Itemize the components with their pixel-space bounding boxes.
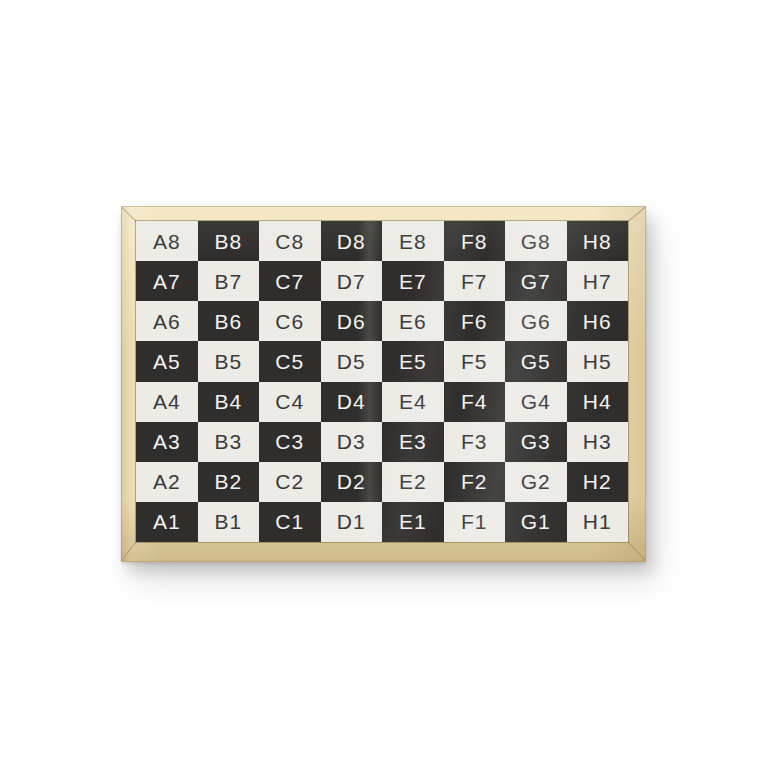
square-label: G7 [521,271,551,292]
square-label: C1 [275,511,304,532]
square-label: C8 [275,231,304,252]
square-label: C2 [275,471,304,492]
square-label: C4 [275,391,304,412]
square-g1[interactable]: G1 [505,502,567,542]
square-e7[interactable]: E7 [382,261,444,301]
frame-miter-bottom-right [628,541,647,562]
square-label: B1 [214,511,242,532]
square-f2[interactable]: F2 [444,462,506,502]
square-e4[interactable]: E4 [382,382,444,422]
square-label: H2 [583,471,612,492]
square-label: B4 [214,391,242,412]
square-label: H5 [583,351,612,372]
square-a7[interactable]: A7 [136,261,198,301]
square-g4[interactable]: G4 [505,382,567,422]
square-g2[interactable]: G2 [505,462,567,502]
square-e1[interactable]: E1 [382,502,444,542]
square-label: G6 [521,311,551,332]
square-label: F5 [461,351,488,372]
square-label: F6 [461,311,488,332]
product-photo-scene: A8B8C8D8E8F8G8H8A7B7C7D7E7F7G7H7A6B6C6D6… [0,0,768,768]
square-c5[interactable]: C5 [259,341,321,381]
square-label: B7 [214,271,242,292]
square-label: D1 [337,511,366,532]
square-d3[interactable]: D3 [321,422,383,462]
square-label: A5 [153,351,181,372]
square-label: H6 [583,311,612,332]
square-a5[interactable]: A5 [136,341,198,381]
square-label: A1 [153,511,181,532]
square-label: A8 [153,231,181,252]
square-label: G5 [521,351,551,372]
square-b5[interactable]: B5 [198,341,260,381]
square-label: G4 [521,391,551,412]
square-g8[interactable]: G8 [505,221,567,261]
square-label: H7 [583,271,612,292]
square-label: B3 [214,431,242,452]
square-c6[interactable]: C6 [259,301,321,341]
square-label: E2 [399,471,427,492]
square-label: F7 [461,271,488,292]
square-g5[interactable]: G5 [505,341,567,381]
square-label: G2 [521,471,551,492]
square-a8[interactable]: A8 [136,221,198,261]
square-g6[interactable]: G6 [505,301,567,341]
square-c3[interactable]: C3 [259,422,321,462]
square-label: B8 [214,231,242,252]
square-e5[interactable]: E5 [382,341,444,381]
square-label: A2 [153,471,181,492]
square-label: F1 [461,511,488,532]
square-b1[interactable]: B1 [198,502,260,542]
square-e3[interactable]: E3 [382,422,444,462]
chess-board: A8B8C8D8E8F8G8H8A7B7C7D7E7F7G7H7A6B6C6D6… [136,221,628,542]
square-b4[interactable]: B4 [198,382,260,422]
square-d6[interactable]: D6 [321,301,383,341]
square-label: D7 [337,271,366,292]
square-c4[interactable]: C4 [259,382,321,422]
square-label: E6 [399,311,427,332]
square-label: G3 [521,431,551,452]
square-h3[interactable]: H3 [567,422,629,462]
square-h6[interactable]: H6 [567,301,629,341]
frame-miter-top-left [121,206,137,222]
square-label: E1 [399,511,427,532]
square-label: A7 [153,271,181,292]
square-label: H4 [583,391,612,412]
square-f4[interactable]: F4 [444,382,506,422]
square-label: A3 [153,431,181,452]
square-e2[interactable]: E2 [382,462,444,502]
square-b2[interactable]: B2 [198,462,260,502]
square-c1[interactable]: C1 [259,502,321,542]
square-f1[interactable]: F1 [444,502,506,542]
square-g3[interactable]: G3 [505,422,567,462]
square-label: A6 [153,311,181,332]
square-g7[interactable]: G7 [505,261,567,301]
square-d5[interactable]: D5 [321,341,383,381]
square-f8[interactable]: F8 [444,221,506,261]
square-h7[interactable]: H7 [567,261,629,301]
square-label: B6 [214,311,242,332]
square-h5[interactable]: H5 [567,341,629,381]
frame-miter-bottom-left [121,541,137,562]
wooden-frame: A8B8C8D8E8F8G8H8A7B7C7D7E7F7G7H7A6B6C6D6… [121,206,646,562]
square-b6[interactable]: B6 [198,301,260,341]
square-h1[interactable]: H1 [567,502,629,542]
square-label: F4 [461,391,488,412]
square-label: D4 [337,391,366,412]
square-f3[interactable]: F3 [444,422,506,462]
square-label: D3 [337,431,366,452]
square-label: H3 [583,431,612,452]
square-e8[interactable]: E8 [382,221,444,261]
square-label: E7 [399,271,427,292]
square-label: C5 [275,351,304,372]
square-label: E3 [399,431,427,452]
square-label: H8 [583,231,612,252]
square-label: D2 [337,471,366,492]
square-label: D5 [337,351,366,372]
square-label: F8 [461,231,488,252]
square-f7[interactable]: F7 [444,261,506,301]
square-label: G8 [521,231,551,252]
square-label: E4 [399,391,427,412]
square-d7[interactable]: D7 [321,261,383,301]
square-a6[interactable]: A6 [136,301,198,341]
square-h2[interactable]: H2 [567,462,629,502]
square-label: C3 [275,431,304,452]
square-a4[interactable]: A4 [136,382,198,422]
square-d8[interactable]: D8 [321,221,383,261]
square-label: D8 [337,231,366,252]
square-c7[interactable]: C7 [259,261,321,301]
square-label: D6 [337,311,366,332]
square-label: H1 [583,511,612,532]
square-a3[interactable]: A3 [136,422,198,462]
square-label: B2 [214,471,242,492]
square-b8[interactable]: B8 [198,221,260,261]
square-label: E5 [399,351,427,372]
square-c8[interactable]: C8 [259,221,321,261]
square-f5[interactable]: F5 [444,341,506,381]
frame-miter-top-right [628,206,646,222]
square-b3[interactable]: B3 [198,422,260,462]
square-d1[interactable]: D1 [321,502,383,542]
square-h4[interactable]: H4 [567,382,629,422]
square-label: F2 [461,471,488,492]
square-label: B5 [214,351,242,372]
square-label: A4 [153,391,181,412]
square-e6[interactable]: E6 [382,301,444,341]
square-d2[interactable]: D2 [321,462,383,502]
square-label: C7 [275,271,304,292]
square-label: E8 [399,231,427,252]
square-label: F3 [461,431,488,452]
square-label: G1 [521,511,551,532]
square-h8[interactable]: H8 [567,221,629,261]
square-label: C6 [275,311,304,332]
square-f6[interactable]: F6 [444,301,506,341]
square-b7[interactable]: B7 [198,261,260,301]
square-a2[interactable]: A2 [136,462,198,502]
square-c2[interactable]: C2 [259,462,321,502]
square-a1[interactable]: A1 [136,502,198,542]
square-d4[interactable]: D4 [321,382,383,422]
